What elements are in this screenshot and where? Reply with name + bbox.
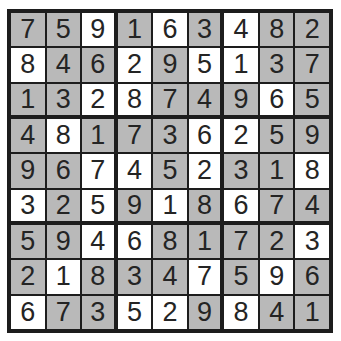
cell-r6c9: 4 (295, 190, 329, 223)
cell-r9c7: 8 (224, 296, 258, 329)
cell-r3c9: 5 (295, 84, 329, 117)
cell-r9c6: 9 (189, 296, 223, 329)
cell-r8c1: 2 (11, 260, 45, 293)
cell-r6c7: 6 (224, 190, 258, 223)
cell-r7c8: 2 (260, 225, 294, 258)
cell-r4c1: 4 (11, 119, 45, 152)
cell-r8c8: 9 (260, 260, 294, 293)
cell-r2c3: 6 (82, 48, 116, 81)
cell-r1c4: 1 (118, 13, 152, 46)
cell-r1c6: 3 (189, 13, 223, 46)
cell-r9c3: 3 (82, 296, 116, 329)
cell-r4c6: 6 (189, 119, 223, 152)
cell-r6c3: 5 (82, 190, 116, 223)
cell-r6c4: 9 (118, 190, 152, 223)
cell-r1c8: 8 (260, 13, 294, 46)
cell-r3c3: 2 (82, 84, 116, 117)
cell-r9c4: 5 (118, 296, 152, 329)
cell-r4c8: 5 (260, 119, 294, 152)
cell-r8c3: 8 (82, 260, 116, 293)
cell-r8c4: 3 (118, 260, 152, 293)
cell-r7c1: 5 (11, 225, 45, 258)
cell-r1c2: 5 (47, 13, 81, 46)
cell-r1c9: 2 (295, 13, 329, 46)
cell-r8c2: 1 (47, 260, 81, 293)
cell-r5c3: 7 (82, 154, 116, 187)
cell-r6c2: 2 (47, 190, 81, 223)
sudoku-page: 7591634828462951371328749654817362599674… (0, 0, 341, 341)
cell-r1c5: 6 (153, 13, 187, 46)
cell-r8c6: 7 (189, 260, 223, 293)
cell-r5c1: 9 (11, 154, 45, 187)
cell-r5c9: 8 (295, 154, 329, 187)
cell-r5c7: 3 (224, 154, 258, 187)
cell-r3c5: 7 (153, 84, 187, 117)
cell-r3c4: 8 (118, 84, 152, 117)
cell-r3c2: 3 (47, 84, 81, 117)
cell-r2c5: 9 (153, 48, 187, 81)
cell-r4c5: 3 (153, 119, 187, 152)
cell-r6c8: 7 (260, 190, 294, 223)
cell-r6c6: 8 (189, 190, 223, 223)
cell-r7c7: 7 (224, 225, 258, 258)
cell-r9c5: 2 (153, 296, 187, 329)
cell-r5c2: 6 (47, 154, 81, 187)
cell-r2c9: 7 (295, 48, 329, 81)
sudoku-board: 7591634828462951371328749654817362599674… (7, 9, 333, 333)
cell-r4c9: 9 (295, 119, 329, 152)
cell-r1c7: 4 (224, 13, 258, 46)
cell-r9c9: 1 (295, 296, 329, 329)
cell-r9c8: 4 (260, 296, 294, 329)
cell-r7c4: 6 (118, 225, 152, 258)
cell-r2c7: 1 (224, 48, 258, 81)
cell-r2c8: 3 (260, 48, 294, 81)
cell-r7c6: 1 (189, 225, 223, 258)
cell-r2c2: 4 (47, 48, 81, 81)
cell-r3c7: 9 (224, 84, 258, 117)
cell-r7c5: 8 (153, 225, 187, 258)
cell-r7c3: 4 (82, 225, 116, 258)
cell-r4c3: 1 (82, 119, 116, 152)
cell-r6c5: 1 (153, 190, 187, 223)
cell-r9c2: 7 (47, 296, 81, 329)
cell-r2c6: 5 (189, 48, 223, 81)
cell-r8c5: 4 (153, 260, 187, 293)
cell-r7c2: 9 (47, 225, 81, 258)
cell-r3c8: 6 (260, 84, 294, 117)
cell-r7c9: 3 (295, 225, 329, 258)
cell-r1c3: 9 (82, 13, 116, 46)
cell-r6c1: 3 (11, 190, 45, 223)
cell-r2c4: 2 (118, 48, 152, 81)
cell-r1c1: 7 (11, 13, 45, 46)
cell-r5c8: 1 (260, 154, 294, 187)
cell-r4c7: 2 (224, 119, 258, 152)
cell-r3c1: 1 (11, 84, 45, 117)
cell-r5c4: 4 (118, 154, 152, 187)
cell-r9c1: 6 (11, 296, 45, 329)
cell-r5c6: 2 (189, 154, 223, 187)
cell-r5c5: 5 (153, 154, 187, 187)
cell-r2c1: 8 (11, 48, 45, 81)
cell-r8c9: 6 (295, 260, 329, 293)
cell-r3c6: 4 (189, 84, 223, 117)
cell-r8c7: 5 (224, 260, 258, 293)
cell-r4c2: 8 (47, 119, 81, 152)
cell-r4c4: 7 (118, 119, 152, 152)
